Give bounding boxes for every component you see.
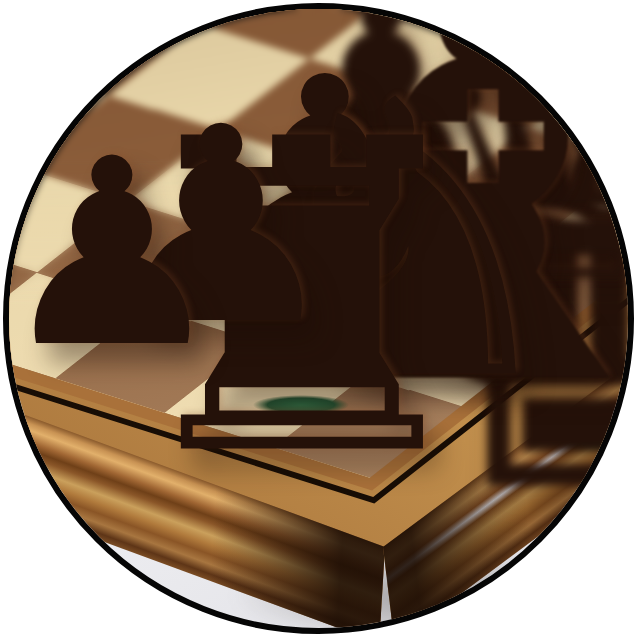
pawn-far-left-piece: ♟ [3, 125, 228, 383]
photo-canvas: ♚ ♛ ♟ ♝ ♟ ♞ ♜ ♟ ♟ [0, 0, 637, 637]
circular-photo-frame: ♚ ♛ ♟ ♝ ♟ ♞ ♜ ♟ ♟ [3, 3, 634, 634]
